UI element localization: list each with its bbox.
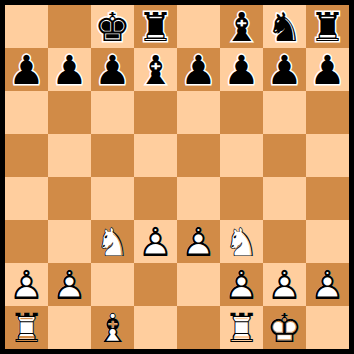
pawn-halo-glyph: ♟ [91,48,134,91]
square-e6[interactable] [177,91,220,134]
square-a3[interactable] [5,220,48,263]
square-e4[interactable] [177,177,220,220]
pawn-fill-glyph: ♟ [5,263,48,306]
pawn-outline-glyph: ♙ [48,263,91,306]
white-bishop[interactable]: ♝♗ [91,306,134,349]
square-g4[interactable] [263,177,306,220]
bishop-fill-glyph: ♝ [91,306,134,349]
square-a8[interactable] [5,5,48,48]
square-e7[interactable]: ♟♟ [177,48,220,91]
white-pawn[interactable]: ♟♙ [263,263,306,306]
pawn-ink-glyph: ♟ [91,48,134,91]
square-h2[interactable]: ♟♙ [306,263,349,306]
square-b4[interactable] [48,177,91,220]
pawn-ink-glyph: ♟ [263,48,306,91]
white-pawn[interactable]: ♟♙ [5,263,48,306]
white-rook[interactable]: ♜♖ [5,306,48,349]
pawn-halo-glyph: ♟ [306,48,349,91]
pawn-halo-glyph: ♟ [5,48,48,91]
white-knight[interactable]: ♞♘ [220,220,263,263]
black-rook[interactable]: ♜♜ [134,5,177,48]
square-c3[interactable]: ♞♘ [91,220,134,263]
rook-halo-glyph: ♜ [134,5,177,48]
rook-fill-glyph: ♜ [220,306,263,349]
pawn-halo-glyph: ♟ [177,48,220,91]
square-f2[interactable]: ♟♙ [220,263,263,306]
pawn-ink-glyph: ♟ [220,48,263,91]
pawn-outline-glyph: ♙ [177,220,220,263]
board-frame: ♚♚♜♜♝♝♞♞♜♜♟♟♟♟♟♟♝♝♟♟♟♟♟♟♟♟♞♘♟♙♟♙♞♘♟♙♟♙♟♙… [0,0,354,354]
bishop-outline-glyph: ♗ [91,306,134,349]
square-b8[interactable] [48,5,91,48]
square-a4[interactable] [5,177,48,220]
white-pawn[interactable]: ♟♙ [48,263,91,306]
white-pawn[interactable]: ♟♙ [306,263,349,306]
king-halo-glyph: ♚ [91,5,134,48]
square-a6[interactable] [5,91,48,134]
pawn-outline-glyph: ♙ [263,263,306,306]
square-c6[interactable] [91,91,134,134]
square-c4[interactable] [91,177,134,220]
black-knight[interactable]: ♞♞ [263,5,306,48]
black-pawn[interactable]: ♟♟ [220,48,263,91]
pawn-ink-glyph: ♟ [5,48,48,91]
knight-outline-glyph: ♘ [91,220,134,263]
square-f1[interactable]: ♜♖ [220,306,263,349]
square-g1[interactable]: ♚♔ [263,306,306,349]
square-a2[interactable]: ♟♙ [5,263,48,306]
square-h1[interactable] [306,306,349,349]
black-bishop[interactable]: ♝♝ [220,5,263,48]
knight-fill-glyph: ♞ [91,220,134,263]
pawn-halo-glyph: ♟ [263,48,306,91]
rook-halo-glyph: ♜ [306,5,349,48]
square-c8[interactable]: ♚♚ [91,5,134,48]
black-pawn[interactable]: ♟♟ [306,48,349,91]
rook-ink-glyph: ♜ [306,5,349,48]
pawn-outline-glyph: ♙ [134,220,177,263]
square-c5[interactable] [91,134,134,177]
white-pawn[interactable]: ♟♙ [220,263,263,306]
square-f7[interactable]: ♟♟ [220,48,263,91]
square-d2[interactable] [134,263,177,306]
pawn-fill-glyph: ♟ [306,263,349,306]
square-g8[interactable]: ♞♞ [263,5,306,48]
king-ink-glyph: ♚ [91,5,134,48]
black-pawn[interactable]: ♟♟ [91,48,134,91]
square-f5[interactable] [220,134,263,177]
square-h7[interactable]: ♟♟ [306,48,349,91]
bishop-halo-glyph: ♝ [220,5,263,48]
square-e3[interactable]: ♟♙ [177,220,220,263]
white-pawn[interactable]: ♟♙ [134,220,177,263]
square-e1[interactable] [177,306,220,349]
square-h5[interactable] [306,134,349,177]
black-rook[interactable]: ♜♜ [306,5,349,48]
square-f3[interactable]: ♞♘ [220,220,263,263]
pawn-ink-glyph: ♟ [177,48,220,91]
bishop-halo-glyph: ♝ [134,48,177,91]
square-a7[interactable]: ♟♟ [5,48,48,91]
bishop-ink-glyph: ♝ [134,48,177,91]
pawn-ink-glyph: ♟ [48,48,91,91]
white-pawn[interactable]: ♟♙ [177,220,220,263]
square-b3[interactable] [48,220,91,263]
square-g2[interactable]: ♟♙ [263,263,306,306]
square-h8[interactable]: ♜♜ [306,5,349,48]
square-a5[interactable] [5,134,48,177]
pawn-halo-glyph: ♟ [48,48,91,91]
square-e5[interactable] [177,134,220,177]
knight-halo-glyph: ♞ [263,5,306,48]
knight-outline-glyph: ♘ [220,220,263,263]
square-h6[interactable] [306,91,349,134]
pawn-outline-glyph: ♙ [5,263,48,306]
black-pawn[interactable]: ♟♟ [5,48,48,91]
square-g5[interactable] [263,134,306,177]
square-g3[interactable] [263,220,306,263]
square-d3[interactable]: ♟♙ [134,220,177,263]
white-rook[interactable]: ♜♖ [220,306,263,349]
king-outline-glyph: ♔ [263,306,306,349]
square-h4[interactable] [306,177,349,220]
pawn-halo-glyph: ♟ [220,48,263,91]
rook-outline-glyph: ♖ [5,306,48,349]
square-c2[interactable] [91,263,134,306]
bishop-ink-glyph: ♝ [220,5,263,48]
square-d7[interactable]: ♝♝ [134,48,177,91]
square-b7[interactable]: ♟♟ [48,48,91,91]
square-g7[interactable]: ♟♟ [263,48,306,91]
square-b5[interactable] [48,134,91,177]
square-g6[interactable] [263,91,306,134]
white-king[interactable]: ♚♔ [263,306,306,349]
pawn-outline-glyph: ♙ [306,263,349,306]
square-d8[interactable]: ♜♜ [134,5,177,48]
pawn-ink-glyph: ♟ [306,48,349,91]
knight-ink-glyph: ♞ [263,5,306,48]
pawn-outline-glyph: ♙ [220,263,263,306]
square-b1[interactable] [48,306,91,349]
rook-fill-glyph: ♜ [5,306,48,349]
square-e2[interactable] [177,263,220,306]
square-d4[interactable] [134,177,177,220]
square-d1[interactable] [134,306,177,349]
square-f8[interactable]: ♝♝ [220,5,263,48]
square-c7[interactable]: ♟♟ [91,48,134,91]
black-bishop[interactable]: ♝♝ [134,48,177,91]
king-fill-glyph: ♚ [263,306,306,349]
square-e8[interactable] [177,5,220,48]
square-b6[interactable] [48,91,91,134]
square-h3[interactable] [306,220,349,263]
rook-outline-glyph: ♖ [220,306,263,349]
pawn-fill-glyph: ♟ [220,263,263,306]
square-d5[interactable] [134,134,177,177]
pawn-fill-glyph: ♟ [177,220,220,263]
square-f6[interactable] [220,91,263,134]
knight-fill-glyph: ♞ [220,220,263,263]
chess-board: ♚♚♜♜♝♝♞♞♜♜♟♟♟♟♟♟♝♝♟♟♟♟♟♟♟♟♞♘♟♙♟♙♞♘♟♙♟♙♟♙… [5,5,349,349]
square-a1[interactable]: ♜♖ [5,306,48,349]
rook-ink-glyph: ♜ [134,5,177,48]
pawn-fill-glyph: ♟ [134,220,177,263]
square-d6[interactable] [134,91,177,134]
square-b2[interactable]: ♟♙ [48,263,91,306]
black-pawn[interactable]: ♟♟ [48,48,91,91]
black-pawn[interactable]: ♟♟ [177,48,220,91]
black-king[interactable]: ♚♚ [91,5,134,48]
white-knight[interactable]: ♞♘ [91,220,134,263]
black-pawn[interactable]: ♟♟ [263,48,306,91]
pawn-fill-glyph: ♟ [263,263,306,306]
square-f4[interactable] [220,177,263,220]
pawn-fill-glyph: ♟ [48,263,91,306]
square-c1[interactable]: ♝♗ [91,306,134,349]
